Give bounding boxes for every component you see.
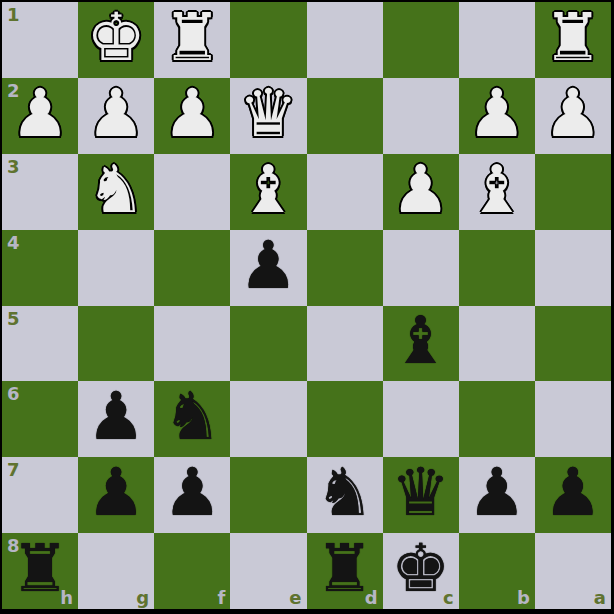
square-h1[interactable]: 1: [2, 2, 78, 78]
square-e8[interactable]: e: [230, 533, 306, 609]
piece-black-queen[interactable]: ♛: [391, 460, 450, 526]
square-f8[interactable]: f: [154, 533, 230, 609]
square-b1[interactable]: [459, 2, 535, 78]
rank-label-3: 3: [7, 156, 20, 177]
square-b4[interactable]: [459, 230, 535, 306]
piece-black-king[interactable]: ♚: [391, 536, 450, 602]
square-a8[interactable]: a: [535, 533, 611, 609]
square-d6[interactable]: [307, 381, 383, 457]
square-g3[interactable]: ♞: [78, 154, 154, 230]
square-d7[interactable]: ♞: [307, 457, 383, 533]
square-f7[interactable]: ♟: [154, 457, 230, 533]
square-d8[interactable]: d♜: [307, 533, 383, 609]
piece-white-pawn[interactable]: ♟: [543, 81, 602, 147]
square-f1[interactable]: ♜: [154, 2, 230, 78]
file-label-a: a: [594, 587, 606, 608]
square-d1[interactable]: [307, 2, 383, 78]
square-h6[interactable]: 6: [2, 381, 78, 457]
piece-black-pawn[interactable]: ♟: [87, 384, 146, 450]
square-f4[interactable]: [154, 230, 230, 306]
square-c6[interactable]: [383, 381, 459, 457]
square-e4[interactable]: ♟: [230, 230, 306, 306]
square-a2[interactable]: ♟: [535, 78, 611, 154]
piece-white-queen[interactable]: ♛: [239, 81, 298, 147]
square-g5[interactable]: [78, 306, 154, 382]
square-h8[interactable]: 8h♜: [2, 533, 78, 609]
square-c3[interactable]: ♟: [383, 154, 459, 230]
square-f2[interactable]: ♟: [154, 78, 230, 154]
square-g4[interactable]: [78, 230, 154, 306]
file-label-d: d: [365, 587, 378, 608]
square-e1[interactable]: [230, 2, 306, 78]
file-label-g: g: [136, 587, 149, 608]
square-g7[interactable]: ♟: [78, 457, 154, 533]
piece-black-pawn[interactable]: ♟: [239, 233, 298, 299]
rank-label-4: 4: [7, 232, 20, 253]
piece-white-rook[interactable]: ♜: [163, 5, 222, 71]
square-b8[interactable]: b: [459, 533, 535, 609]
square-h4[interactable]: 4: [2, 230, 78, 306]
square-c8[interactable]: c♚: [383, 533, 459, 609]
piece-black-pawn[interactable]: ♟: [467, 460, 526, 526]
piece-black-pawn[interactable]: ♟: [163, 460, 222, 526]
square-b5[interactable]: [459, 306, 535, 382]
square-a3[interactable]: [535, 154, 611, 230]
chess-board: 1♚♜♜2♟♟♟♛♟♟3♞♝♟♝4♟5♝6♟♞7♟♟♞♛♟♟8h♜gfed♜c♚…: [2, 2, 611, 609]
square-e2[interactable]: ♛: [230, 78, 306, 154]
piece-black-knight[interactable]: ♞: [315, 460, 374, 526]
square-d5[interactable]: [307, 306, 383, 382]
file-label-f: f: [218, 587, 226, 608]
square-b3[interactable]: ♝: [459, 154, 535, 230]
square-b2[interactable]: ♟: [459, 78, 535, 154]
square-a5[interactable]: [535, 306, 611, 382]
piece-white-pawn[interactable]: ♟: [87, 81, 146, 147]
piece-black-pawn[interactable]: ♟: [87, 460, 146, 526]
rank-label-7: 7: [7, 459, 20, 480]
file-label-e: e: [289, 587, 301, 608]
square-b6[interactable]: [459, 381, 535, 457]
piece-white-bishop[interactable]: ♝: [239, 157, 298, 223]
square-c5[interactable]: ♝: [383, 306, 459, 382]
square-f5[interactable]: [154, 306, 230, 382]
square-a6[interactable]: [535, 381, 611, 457]
square-e6[interactable]: [230, 381, 306, 457]
square-c2[interactable]: [383, 78, 459, 154]
piece-white-pawn[interactable]: ♟: [467, 81, 526, 147]
square-a7[interactable]: ♟: [535, 457, 611, 533]
piece-white-rook[interactable]: ♜: [543, 5, 602, 71]
square-a4[interactable]: [535, 230, 611, 306]
rank-label-6: 6: [7, 383, 20, 404]
chess-board-frame: 1♚♜♜2♟♟♟♛♟♟3♞♝♟♝4♟5♝6♟♞7♟♟♞♛♟♟8h♜gfed♜c♚…: [0, 0, 614, 614]
square-e7[interactable]: [230, 457, 306, 533]
square-f6[interactable]: ♞: [154, 381, 230, 457]
piece-black-bishop[interactable]: ♝: [391, 308, 450, 374]
square-f3[interactable]: [154, 154, 230, 230]
piece-white-king[interactable]: ♚: [87, 5, 146, 71]
rank-label-2: 2: [7, 80, 20, 101]
square-b7[interactable]: ♟: [459, 457, 535, 533]
file-label-h: h: [60, 587, 73, 608]
piece-white-bishop[interactable]: ♝: [467, 157, 526, 223]
rank-label-5: 5: [7, 308, 20, 329]
piece-white-knight[interactable]: ♞: [87, 157, 146, 223]
square-c1[interactable]: [383, 2, 459, 78]
square-h7[interactable]: 7: [2, 457, 78, 533]
square-d2[interactable]: [307, 78, 383, 154]
square-c4[interactable]: [383, 230, 459, 306]
square-g6[interactable]: ♟: [78, 381, 154, 457]
piece-white-pawn[interactable]: ♟: [163, 81, 222, 147]
piece-black-pawn[interactable]: ♟: [543, 460, 602, 526]
square-h3[interactable]: 3: [2, 154, 78, 230]
square-h5[interactable]: 5: [2, 306, 78, 382]
rank-label-1: 1: [7, 4, 20, 25]
piece-black-knight[interactable]: ♞: [163, 384, 222, 450]
square-g1[interactable]: ♚: [78, 2, 154, 78]
square-a1[interactable]: ♜: [535, 2, 611, 78]
square-h2[interactable]: 2♟: [2, 78, 78, 154]
file-label-c: c: [443, 587, 454, 608]
square-e3[interactable]: ♝: [230, 154, 306, 230]
square-d4[interactable]: [307, 230, 383, 306]
rank-label-8: 8: [7, 535, 20, 556]
piece-white-pawn[interactable]: ♟: [391, 157, 450, 223]
square-c7[interactable]: ♛: [383, 457, 459, 533]
square-g8[interactable]: g: [78, 533, 154, 609]
square-d3[interactable]: [307, 154, 383, 230]
square-e5[interactable]: [230, 306, 306, 382]
square-g2[interactable]: ♟: [78, 78, 154, 154]
file-label-b: b: [517, 587, 530, 608]
